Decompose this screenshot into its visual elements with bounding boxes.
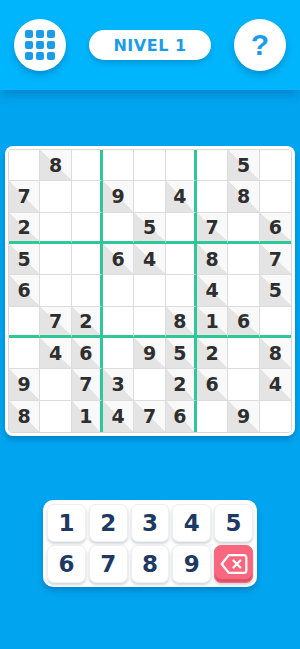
sudoku-cell-r2c4[interactable]: 9 — [103, 181, 134, 212]
sudoku-cell-r4c1[interactable]: 5 — [9, 244, 40, 275]
sudoku-cell-r5c6[interactable] — [166, 275, 197, 306]
sudoku-cell-r9c9[interactable] — [260, 401, 291, 432]
sudoku-cell-r2c9[interactable] — [260, 181, 291, 212]
sudoku-cell-r1c9[interactable] — [260, 150, 291, 181]
keypad-grid: 123456789 — [47, 504, 253, 583]
sudoku-cell-r1c8[interactable]: 5 — [228, 150, 259, 181]
sudoku-cell-r4c8[interactable] — [228, 244, 259, 275]
sudoku-cell-r6c3[interactable]: 2 — [72, 307, 103, 338]
delete-key[interactable] — [214, 545, 253, 583]
sudoku-cell-r5c7[interactable]: 4 — [197, 275, 228, 306]
sudoku-cell-r9c8[interactable]: 9 — [228, 401, 259, 432]
sudoku-cell-r9c5[interactable]: 7 — [134, 401, 165, 432]
sudoku-cell-r6c2[interactable]: 7 — [40, 307, 71, 338]
sudoku-cell-r5c5[interactable] — [134, 275, 165, 306]
sudoku-cell-r2c2[interactable] — [40, 181, 71, 212]
sudoku-cell-r2c6[interactable]: 4 — [166, 181, 197, 212]
level-badge: NIVEL 1 — [89, 30, 210, 60]
sudoku-cell-r6c1[interactable] — [9, 307, 40, 338]
sudoku-cell-r8c9[interactable]: 4 — [260, 369, 291, 400]
sudoku-cell-r4c4[interactable]: 6 — [103, 244, 134, 275]
sudoku-cell-r9c1[interactable]: 8 — [9, 401, 40, 432]
sudoku-cell-r6c5[interactable] — [134, 307, 165, 338]
sudoku-cell-r4c6[interactable] — [166, 244, 197, 275]
sudoku-cell-r8c5[interactable] — [134, 369, 165, 400]
sudoku-cell-r6c4[interactable] — [103, 307, 134, 338]
sudoku-cell-r3c2[interactable] — [40, 213, 71, 244]
help-button[interactable]: ? — [234, 19, 286, 71]
backspace-icon — [219, 553, 249, 575]
sudoku-cell-r3c1[interactable]: 2 — [9, 213, 40, 244]
sudoku-cell-r2c8[interactable]: 8 — [228, 181, 259, 212]
sudoku-cell-r7c2[interactable]: 4 — [40, 338, 71, 369]
sudoku-cell-r6c6[interactable]: 8 — [166, 307, 197, 338]
sudoku-cell-r6c9[interactable] — [260, 307, 291, 338]
sudoku-cell-r7c4[interactable] — [103, 338, 134, 369]
question-mark-icon: ? — [251, 30, 269, 60]
key-5[interactable]: 5 — [214, 504, 253, 542]
sudoku-cell-r4c3[interactable] — [72, 244, 103, 275]
sudoku-cell-r3c6[interactable] — [166, 213, 197, 244]
key-3[interactable]: 3 — [131, 504, 170, 542]
sudoku-cell-r2c3[interactable] — [72, 181, 103, 212]
sudoku-cell-r4c2[interactable] — [40, 244, 71, 275]
sudoku-cell-r5c2[interactable] — [40, 275, 71, 306]
board-card: 8579482576564876457281646952897326481476… — [5, 146, 295, 436]
sudoku-cell-r8c7[interactable]: 6 — [197, 369, 228, 400]
menu-button[interactable] — [14, 19, 66, 71]
sudoku-cell-r7c7[interactable]: 2 — [197, 338, 228, 369]
sudoku-cell-r5c9[interactable]: 5 — [260, 275, 291, 306]
key-4[interactable]: 4 — [172, 504, 211, 542]
sudoku-cell-r3c3[interactable] — [72, 213, 103, 244]
sudoku-cell-r1c5[interactable] — [134, 150, 165, 181]
sudoku-cell-r1c6[interactable] — [166, 150, 197, 181]
sudoku-cell-r4c5[interactable]: 4 — [134, 244, 165, 275]
sudoku-cell-r4c9[interactable]: 7 — [260, 244, 291, 275]
sudoku-cell-r5c3[interactable] — [72, 275, 103, 306]
sudoku-cell-r9c2[interactable] — [40, 401, 71, 432]
sudoku-cell-r3c4[interactable] — [103, 213, 134, 244]
sudoku-cell-r6c8[interactable]: 6 — [228, 307, 259, 338]
sudoku-cell-r3c5[interactable]: 5 — [134, 213, 165, 244]
sudoku-cell-r7c6[interactable]: 5 — [166, 338, 197, 369]
sudoku-cell-r7c1[interactable] — [9, 338, 40, 369]
sudoku-cell-r9c6[interactable]: 6 — [166, 401, 197, 432]
sudoku-cell-r5c8[interactable] — [228, 275, 259, 306]
grid-menu-icon — [25, 30, 55, 60]
sudoku-cell-r2c7[interactable] — [197, 181, 228, 212]
key-7[interactable]: 7 — [89, 545, 128, 583]
key-9[interactable]: 9 — [172, 545, 211, 583]
sudoku-cell-r7c5[interactable]: 9 — [134, 338, 165, 369]
sudoku-cell-r5c1[interactable]: 6 — [9, 275, 40, 306]
sudoku-cell-r2c1[interactable]: 7 — [9, 181, 40, 212]
sudoku-cell-r3c7[interactable]: 7 — [197, 213, 228, 244]
sudoku-cell-r2c5[interactable] — [134, 181, 165, 212]
sudoku-cell-r1c4[interactable] — [103, 150, 134, 181]
sudoku-cell-r6c7[interactable]: 1 — [197, 307, 228, 338]
key-2[interactable]: 2 — [89, 504, 128, 542]
sudoku-cell-r7c8[interactable] — [228, 338, 259, 369]
key-6[interactable]: 6 — [47, 545, 86, 583]
sudoku-board: 8579482576564876457281646952897326481476… — [8, 149, 292, 433]
key-8[interactable]: 8 — [131, 545, 170, 583]
sudoku-cell-r8c8[interactable] — [228, 369, 259, 400]
sudoku-cell-r4c7[interactable]: 8 — [197, 244, 228, 275]
sudoku-cell-r8c2[interactable] — [40, 369, 71, 400]
sudoku-cell-r1c3[interactable] — [72, 150, 103, 181]
top-bar: NIVEL 1 ? — [0, 0, 300, 90]
sudoku-cell-r9c7[interactable] — [197, 401, 228, 432]
sudoku-cell-r9c4[interactable]: 4 — [103, 401, 134, 432]
keypad: 123456789 — [43, 500, 257, 587]
sudoku-cell-r1c2[interactable]: 8 — [40, 150, 71, 181]
key-1[interactable]: 1 — [47, 504, 86, 542]
sudoku-cell-r7c3[interactable]: 6 — [72, 338, 103, 369]
sudoku-cell-r1c1[interactable] — [9, 150, 40, 181]
sudoku-cell-r3c9[interactable]: 6 — [260, 213, 291, 244]
sudoku-cell-r8c6[interactable]: 2 — [166, 369, 197, 400]
sudoku-cell-r9c3[interactable]: 1 — [72, 401, 103, 432]
sudoku-cell-r8c3[interactable]: 7 — [72, 369, 103, 400]
sudoku-cell-r8c1[interactable]: 9 — [9, 369, 40, 400]
level-label: NIVEL 1 — [113, 36, 186, 55]
sudoku-cell-r5c4[interactable] — [103, 275, 134, 306]
sudoku-cell-r8c4[interactable]: 3 — [103, 369, 134, 400]
sudoku-cell-r1c7[interactable] — [197, 150, 228, 181]
sudoku-cell-r7c9[interactable]: 8 — [260, 338, 291, 369]
sudoku-cell-r3c8[interactable] — [228, 213, 259, 244]
